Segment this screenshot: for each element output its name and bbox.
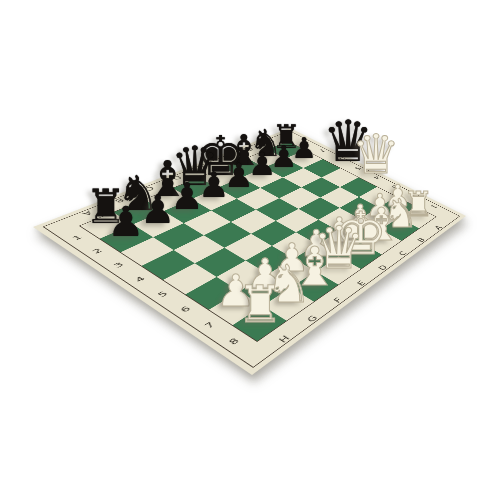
- rank-label-near-7: 7: [202, 320, 216, 329]
- file-label-near-G: G: [305, 314, 319, 323]
- black-pawn-c7[interactable]: ♟: [170, 178, 203, 215]
- product-photo-stage: 1H8A2G7B3F6C4E5D5D4E6C3F7B2G8A1H ♜♞♝♛♚♝♞…: [0, 0, 500, 500]
- rank-label-near-2: 2: [90, 247, 104, 254]
- black-pawn-b7[interactable]: ♟: [140, 189, 175, 228]
- file-label-near-A: A: [433, 224, 443, 230]
- rank-label-near-6: 6: [178, 305, 192, 314]
- file-label-near-H: H: [276, 334, 291, 344]
- rank-label-near-5: 5: [155, 290, 169, 298]
- rank-label-near-1: 1: [70, 234, 83, 241]
- rank-label-near-4: 4: [133, 275, 147, 283]
- rank-label-near-8: 8: [227, 336, 241, 346]
- rank-label-near-3: 3: [111, 261, 125, 269]
- white-rook-a1[interactable]: ♜: [237, 278, 283, 329]
- black-pawn-a7[interactable]: ♟: [107, 201, 144, 242]
- file-label-near-B: B: [415, 237, 426, 243]
- extra-white-queen[interactable]: ♛: [352, 128, 400, 182]
